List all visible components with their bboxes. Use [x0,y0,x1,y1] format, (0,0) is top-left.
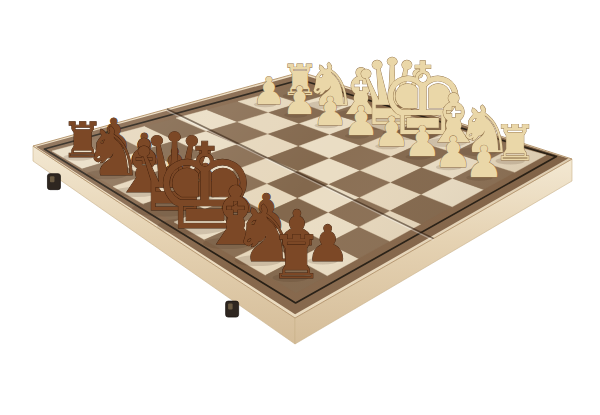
piece-glyph-h2: ♟ [464,136,503,187]
piece-black-rook-h8: ♜ [270,223,323,292]
latch-icon-1 [47,174,60,190]
chess-set-photo: ♜♟♞♝♟♛♟♚♟♝♟♟♞♟♜♜♟♟♞♟♟♝♟♛♟♚♟♝♟♞♟♜ [0,0,600,415]
piece-white-pawn-a2: ♟ [252,69,286,113]
latch-icon-2 [226,301,239,317]
piece-glyph-h8: ♜ [270,223,323,292]
latch-glint-2 [228,304,233,310]
piece-glyph-a2: ♟ [252,69,286,113]
latch-glint-1 [50,176,55,182]
chess-board-svg: ♜♟♞♝♟♛♟♚♟♝♟♟♞♟♜♜♟♟♞♟♟♝♟♛♟♚♟♝♟♞♟♜ [0,0,600,415]
piece-white-pawn-h2: ♟ [464,136,503,187]
